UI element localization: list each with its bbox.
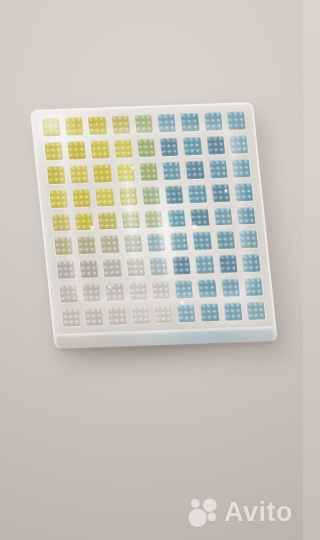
mosaic-cell bbox=[170, 233, 189, 251]
mosaic-cell bbox=[98, 211, 117, 229]
mosaic-cell bbox=[85, 307, 104, 325]
mosaic-cell bbox=[165, 185, 184, 203]
mosaic-cell bbox=[183, 137, 202, 155]
mosaic-cell bbox=[186, 161, 205, 179]
mosaic-cell bbox=[152, 281, 171, 299]
mosaic-cell bbox=[82, 284, 101, 302]
mosaic-cell bbox=[111, 115, 130, 133]
mosaic-cell bbox=[128, 282, 147, 300]
mosaic-cell bbox=[221, 279, 240, 297]
mosaic-cell bbox=[119, 187, 138, 205]
mosaic-cell bbox=[137, 138, 156, 156]
mosaic-cell bbox=[172, 257, 191, 275]
mosaic-cell bbox=[162, 161, 181, 179]
mosaic-cell bbox=[91, 140, 110, 158]
mosaic-cell bbox=[214, 207, 233, 225]
mosaic-cell bbox=[219, 255, 238, 273]
mosaic-cell bbox=[57, 261, 76, 279]
mosaic-cell bbox=[139, 162, 158, 180]
mosaic-cell bbox=[204, 112, 223, 130]
mosaic-cell bbox=[75, 212, 94, 230]
mosaic-cell bbox=[157, 114, 176, 132]
mosaic-cell bbox=[131, 306, 150, 324]
mosaic-cell bbox=[88, 116, 107, 134]
mosaic-cell bbox=[134, 115, 153, 133]
mosaic-cell bbox=[59, 284, 78, 302]
mosaic-cell bbox=[160, 138, 179, 156]
mosaic-cell bbox=[242, 254, 261, 272]
mosaic-cell bbox=[49, 189, 68, 207]
mosaic-cell bbox=[181, 113, 200, 131]
photo-background: Avito bbox=[0, 0, 303, 540]
mosaic-cell bbox=[195, 256, 214, 274]
avito-watermark-text: Avito bbox=[224, 499, 293, 526]
mosaic-cell bbox=[62, 308, 81, 326]
mosaic-cell bbox=[70, 165, 89, 183]
mosaic-cell bbox=[54, 237, 73, 255]
mosaic-cell bbox=[116, 163, 135, 181]
mosaic-cell bbox=[167, 209, 186, 227]
mosaic-cell bbox=[239, 230, 258, 248]
mosaic-cell bbox=[237, 206, 256, 224]
mosaic-cell bbox=[149, 257, 168, 275]
mosaic-cell bbox=[247, 302, 266, 320]
mosaic-cell bbox=[121, 211, 140, 229]
mosaic-cell bbox=[234, 183, 253, 201]
mosaic-cell bbox=[206, 136, 225, 154]
mosaic-cell bbox=[154, 305, 173, 323]
mosaic-cell bbox=[108, 307, 127, 325]
mosaic-cell bbox=[229, 135, 248, 153]
mosaic-cell bbox=[126, 258, 145, 276]
mosaic-cell bbox=[67, 141, 86, 159]
mosaic-cell bbox=[65, 117, 84, 135]
mosaic-grid bbox=[30, 102, 276, 335]
mosaic-cell bbox=[80, 260, 99, 278]
mosaic-cell bbox=[105, 283, 124, 301]
mosaic-cell bbox=[93, 164, 112, 182]
mosaic-cell bbox=[42, 118, 61, 136]
mosaic-cell bbox=[232, 159, 251, 177]
mosaic-cell bbox=[177, 304, 196, 322]
mosaic-cell bbox=[52, 213, 71, 231]
mosaic-cell bbox=[100, 235, 119, 253]
mosaic-cell bbox=[142, 186, 161, 204]
mosaic-cell bbox=[223, 302, 242, 320]
mosaic-cell bbox=[244, 278, 263, 296]
mosaic-cell bbox=[72, 188, 91, 206]
mosaic-cell bbox=[209, 160, 228, 178]
mosaic-cell bbox=[193, 232, 212, 250]
avito-watermark: Avito bbox=[188, 497, 293, 528]
mosaic-cell bbox=[77, 236, 96, 254]
mosaic-cell bbox=[188, 184, 207, 202]
mosaic-cell bbox=[175, 280, 194, 298]
mosaic-cell bbox=[96, 188, 115, 206]
mosaic-cell bbox=[124, 234, 143, 252]
mosaic-cell bbox=[47, 166, 66, 184]
mosaic-cell bbox=[216, 231, 235, 249]
mosaic-cell bbox=[114, 139, 133, 157]
mosaic-cell bbox=[147, 234, 166, 252]
mosaic-cell bbox=[200, 303, 219, 321]
avito-logo-icon bbox=[188, 497, 219, 528]
mosaic-cell bbox=[198, 280, 217, 298]
glass-plate bbox=[30, 102, 278, 349]
mosaic-cell bbox=[211, 184, 230, 202]
mosaic-cell bbox=[227, 111, 246, 129]
mosaic-cell bbox=[190, 208, 209, 226]
mosaic-cell bbox=[144, 210, 163, 228]
mosaic-cell bbox=[44, 142, 63, 160]
mosaic-cell bbox=[103, 259, 122, 277]
